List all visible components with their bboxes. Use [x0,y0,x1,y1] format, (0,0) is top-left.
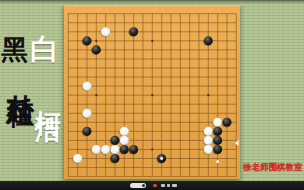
white-stone [101,145,110,154]
white-player-name: 柯洁 [31,90,66,102]
black-stone [204,36,213,45]
marker-dot [216,160,219,163]
white-stone [92,145,101,154]
black-stone [92,45,101,54]
white-stone [101,27,110,36]
black-player-label: 黑 [1,37,28,64]
video-frame[interactable]: 黑 白 朴廷桓 柯洁 徐老师围棋教室 [0,0,304,190]
white-stone [204,127,213,136]
black-stone [82,36,91,45]
edge-marker-triangle [235,140,239,146]
white-stone [82,109,91,118]
white-stone [204,145,213,154]
black-stone [82,127,91,136]
player-control-bar[interactable] [0,181,304,190]
time-display [161,184,165,187]
black-stone [110,154,119,163]
black-player-name: 朴廷桓 [2,73,38,82]
white-stone [82,82,91,91]
black-stone [222,118,231,127]
white-stone [204,136,213,145]
white-player-label: 白 [30,35,59,64]
time-display [172,184,177,187]
black-stone [129,27,138,36]
danmaku-toggle-icon[interactable] [130,183,146,188]
progress-scrubber-dot-icon[interactable] [153,184,157,188]
white-stone [110,145,119,154]
black-stone [120,145,129,154]
top-vignette [0,0,304,4]
white-stone [73,154,82,163]
black-stone [213,127,222,136]
black-stone [110,136,119,145]
go-board [64,5,240,179]
white-stone [120,136,129,145]
channel-watermark: 徐老师围棋教室 [243,162,303,174]
last-move-marker [160,157,163,160]
black-stone [213,145,222,154]
white-stone [120,127,129,136]
board-svg [64,6,240,180]
danmaku-knob-icon [142,184,145,187]
time-display [167,184,170,187]
black-stone [129,145,138,154]
black-stone [213,136,222,145]
white-stone [213,118,222,127]
